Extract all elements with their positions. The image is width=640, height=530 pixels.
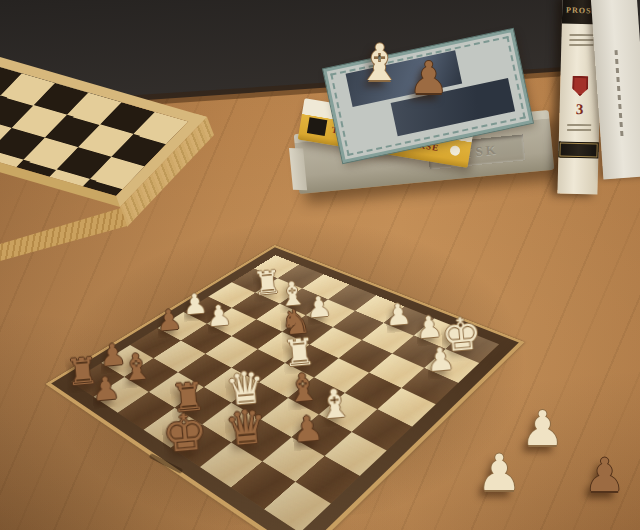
- chess-board-grid: ♟♟♚♜♝♟♟♞♟♟♜♟♝♝♛♟♟♝♜♛♜♟♚: [71, 255, 499, 530]
- cream-book-small-text: [569, 34, 593, 49]
- square-b8[interactable]: [278, 265, 324, 289]
- book-piece-brown-pawn[interactable]: ♟: [409, 56, 448, 100]
- chess-board-walnut-border: ♟♟♚♜♝♟♟♞♟♟♜♟♝♝♛♟♟♝♜♛♜♟♚: [51, 247, 519, 530]
- piece-glyph: ♟: [385, 301, 413, 330]
- cream-book-volume-number: 3: [559, 99, 599, 118]
- square-a5[interactable]: ♟: [183, 297, 231, 324]
- square-e7[interactable]: [333, 311, 384, 340]
- piece-glyph: ♟: [182, 291, 209, 318]
- square-a7[interactable]: [232, 268, 278, 292]
- piece-glyph: ♟: [291, 412, 324, 446]
- cream-book-small-text: [567, 124, 591, 134]
- captured-white-pawn-2[interactable]: ♟: [477, 448, 522, 498]
- photo-scene: { "game": "chess", "position": "5PPK/1RB…: [0, 0, 640, 530]
- captured-brown-pawn[interactable]: ♟: [584, 452, 625, 498]
- piece-glyph: ♛: [223, 406, 269, 453]
- square-d8[interactable]: [328, 285, 376, 311]
- square-b3[interactable]: [153, 341, 205, 373]
- piece-glyph: ♟: [306, 294, 333, 322]
- piece-glyph: ♟: [206, 302, 233, 330]
- piece-glyph: ♟: [156, 307, 183, 335]
- square-c7[interactable]: ♝: [280, 289, 328, 316]
- square-b4[interactable]: [181, 324, 232, 354]
- square-a4[interactable]: ♟: [157, 312, 206, 341]
- piece-glyph: ♟: [426, 344, 456, 375]
- square-d7[interactable]: ♟: [306, 299, 355, 327]
- piece-glyph: ♝: [277, 278, 308, 310]
- square-e6[interactable]: [310, 327, 362, 358]
- square-a8[interactable]: [254, 255, 299, 278]
- red-shield-emblem: [572, 76, 589, 96]
- piece-glyph: ♚: [161, 408, 210, 458]
- square-b6[interactable]: [232, 293, 280, 320]
- piece-glyph: ♝: [119, 350, 154, 385]
- piece-glyph: ♜: [252, 267, 283, 299]
- captured-white-pawn-1[interactable]: ♟: [521, 404, 564, 452]
- square-f7[interactable]: [362, 323, 414, 354]
- chess-board-scene: ♟♟♚♜♝♟♟♞♟♟♜♟♝♝♛♟♟♝♜♛♜♟♚: [25, 103, 545, 530]
- leaning-book-spine-text: [614, 50, 623, 136]
- square-c5[interactable]: [232, 320, 283, 350]
- square-b7[interactable]: ♜: [255, 278, 302, 303]
- square-c8[interactable]: [302, 274, 349, 299]
- square-b5[interactable]: ♟: [207, 308, 256, 336]
- book-piece-white-bishop[interactable]: ♝: [357, 38, 402, 88]
- square-f8[interactable]: ♟: [384, 307, 435, 336]
- cream-book-bottom-band: [558, 141, 598, 158]
- piece-glyph: ♟: [91, 374, 121, 405]
- square-a6[interactable]: [208, 282, 255, 308]
- chess-board-frame: ♟♟♚♜♝♟♟♞♟♟♜♟♝♝♛♟♟♝♜♛♜♟♚: [45, 245, 524, 530]
- square-e8[interactable]: [355, 295, 404, 323]
- square-c6[interactable]: [256, 304, 305, 332]
